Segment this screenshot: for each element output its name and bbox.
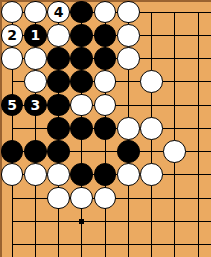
white-stone <box>163 140 186 163</box>
white-stone <box>47 163 70 186</box>
white-stone <box>24 1 47 24</box>
board-point[interactable] <box>70 140 93 163</box>
board-point[interactable] <box>47 70 70 93</box>
board-point[interactable] <box>163 24 186 47</box>
board-point[interactable] <box>186 24 209 47</box>
board-point[interactable] <box>140 210 163 233</box>
board-point[interactable] <box>140 186 163 209</box>
board-point[interactable] <box>186 70 209 93</box>
board-point[interactable] <box>140 47 163 70</box>
black-stone <box>24 140 47 163</box>
black-stone <box>1 140 24 163</box>
board-point[interactable] <box>186 47 209 70</box>
move-number: 4 <box>54 5 64 19</box>
board-point[interactable] <box>47 140 70 163</box>
white-stone <box>140 117 163 140</box>
black-stone <box>94 47 117 70</box>
board-point[interactable] <box>24 70 47 93</box>
black-stone <box>94 24 117 47</box>
board-point[interactable] <box>47 93 70 116</box>
board-point[interactable] <box>163 140 186 163</box>
move-number: 2 <box>7 28 17 42</box>
go-board-diagram: 42153 <box>0 0 211 257</box>
board-point[interactable] <box>163 233 186 256</box>
board-point[interactable] <box>47 117 70 140</box>
board-point[interactable] <box>117 24 140 47</box>
board-point[interactable] <box>0 70 23 93</box>
white-stone <box>70 187 93 210</box>
white-stone <box>24 163 47 186</box>
board-point[interactable] <box>186 233 209 256</box>
board-point[interactable] <box>163 0 186 23</box>
board-point[interactable] <box>186 93 209 116</box>
black-stone <box>70 47 93 70</box>
board-point[interactable] <box>117 0 140 23</box>
board-point[interactable] <box>93 24 116 47</box>
black-stone: 1 <box>24 24 47 47</box>
board-point[interactable] <box>0 233 23 256</box>
white-stone <box>140 70 163 93</box>
black-stone <box>47 70 70 93</box>
move-number: 5 <box>7 98 17 112</box>
board-point[interactable] <box>186 140 209 163</box>
board-point[interactable] <box>163 210 186 233</box>
board-point[interactable] <box>93 233 116 256</box>
board-point[interactable] <box>47 210 70 233</box>
board-point[interactable] <box>0 47 23 70</box>
board-point[interactable] <box>0 163 23 186</box>
white-stone <box>70 94 93 117</box>
white-stone <box>94 1 117 24</box>
board-point[interactable] <box>70 47 93 70</box>
board-point[interactable] <box>70 163 93 186</box>
black-stone <box>94 163 117 186</box>
board-point[interactable] <box>117 70 140 93</box>
black-stone <box>94 117 117 140</box>
board-point[interactable] <box>117 47 140 70</box>
black-stone <box>70 1 93 24</box>
black-stone: 3 <box>24 94 47 117</box>
board-point[interactable] <box>0 140 23 163</box>
black-stone <box>70 24 93 47</box>
board-point[interactable] <box>163 93 186 116</box>
board-point[interactable] <box>93 163 116 186</box>
board-point[interactable] <box>47 24 70 47</box>
board-point[interactable] <box>24 117 47 140</box>
board-point[interactable] <box>70 117 93 140</box>
white-stone <box>24 47 47 70</box>
board-point[interactable] <box>140 163 163 186</box>
board-point[interactable] <box>47 47 70 70</box>
board-point[interactable] <box>93 186 116 209</box>
black-stone <box>47 117 70 140</box>
board-point[interactable] <box>47 163 70 186</box>
board-point[interactable] <box>140 140 163 163</box>
move-number: 3 <box>30 98 40 112</box>
board-point[interactable] <box>93 47 116 70</box>
board-point[interactable] <box>117 210 140 233</box>
white-stone <box>1 163 24 186</box>
board-point[interactable] <box>140 117 163 140</box>
white-stone: 2 <box>1 24 24 47</box>
white-stone <box>47 24 70 47</box>
board-point[interactable] <box>93 140 116 163</box>
board-point[interactable] <box>140 93 163 116</box>
board-point[interactable] <box>47 233 70 256</box>
board-point[interactable] <box>163 47 186 70</box>
board-point[interactable] <box>186 117 209 140</box>
board-point[interactable] <box>140 70 163 93</box>
board-point[interactable] <box>24 233 47 256</box>
board-point[interactable]: 2 <box>0 24 23 47</box>
white-stone <box>1 47 24 70</box>
board-point[interactable] <box>163 70 186 93</box>
white-stone <box>117 117 140 140</box>
board-point[interactable] <box>186 163 209 186</box>
board-point[interactable]: 5 <box>0 93 23 116</box>
board-point[interactable]: 1 <box>24 24 47 47</box>
black-stone <box>47 94 70 117</box>
board-point[interactable] <box>186 0 209 23</box>
board-point[interactable] <box>93 210 116 233</box>
black-stone <box>117 140 140 163</box>
board-point[interactable] <box>24 47 47 70</box>
white-stone <box>140 163 163 186</box>
black-stone <box>47 47 70 70</box>
board-point[interactable] <box>163 186 186 209</box>
board-point[interactable] <box>24 163 47 186</box>
board-point[interactable] <box>140 233 163 256</box>
white-stone <box>117 163 140 186</box>
move-number: 1 <box>30 28 40 42</box>
board-point[interactable] <box>47 186 70 209</box>
board-point[interactable] <box>93 93 116 116</box>
board-point[interactable] <box>117 117 140 140</box>
board-point[interactable]: 3 <box>24 93 47 116</box>
board-point[interactable] <box>93 0 116 23</box>
board-point[interactable] <box>117 186 140 209</box>
board-point[interactable] <box>93 117 116 140</box>
board-point[interactable] <box>163 117 186 140</box>
board-point[interactable] <box>93 70 116 93</box>
board-point[interactable] <box>140 0 163 23</box>
board-point[interactable] <box>70 233 93 256</box>
board-point[interactable] <box>70 24 93 47</box>
board-point[interactable] <box>186 186 209 209</box>
white-stone <box>117 24 140 47</box>
board-point[interactable] <box>24 210 47 233</box>
board-point[interactable] <box>140 24 163 47</box>
board-point[interactable] <box>24 140 47 163</box>
white-stone: 4 <box>47 1 70 24</box>
black-stone: 5 <box>1 94 24 117</box>
white-stone <box>24 70 47 93</box>
board-point[interactable] <box>117 93 140 116</box>
white-stone <box>117 47 140 70</box>
board-point[interactable]: 4 <box>47 0 70 23</box>
black-stone <box>70 163 93 186</box>
board-point[interactable] <box>117 140 140 163</box>
board-point[interactable] <box>0 210 23 233</box>
white-stone <box>94 187 117 210</box>
board-point[interactable] <box>70 93 93 116</box>
board-point[interactable] <box>163 163 186 186</box>
stones-layer: 42153 <box>0 0 209 256</box>
black-stone <box>47 140 70 163</box>
white-stone <box>117 1 140 24</box>
black-stone <box>70 70 93 93</box>
board-point[interactable] <box>70 0 93 23</box>
black-stone <box>70 117 93 140</box>
board-point[interactable] <box>117 233 140 256</box>
white-stone <box>94 94 117 117</box>
white-stone <box>1 1 24 24</box>
board-point[interactable] <box>186 210 209 233</box>
board-point[interactable] <box>24 0 47 23</box>
white-stone <box>47 187 70 210</box>
board-point[interactable] <box>117 163 140 186</box>
board-point[interactable] <box>70 70 93 93</box>
white-stone <box>94 70 117 93</box>
board-point[interactable] <box>0 186 23 209</box>
board-point[interactable] <box>0 0 23 23</box>
board-point[interactable] <box>0 117 23 140</box>
board-point[interactable] <box>24 186 47 209</box>
board-point[interactable] <box>70 186 93 209</box>
board-point[interactable] <box>70 210 93 233</box>
